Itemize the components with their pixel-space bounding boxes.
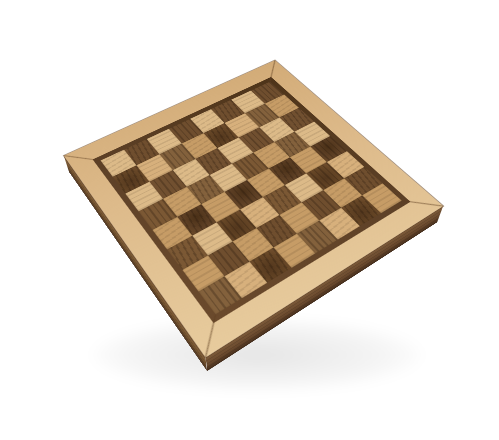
square-r8c4: [139, 199, 178, 230]
chessboard: [64, 60, 443, 357]
square-r7c7: [208, 242, 249, 277]
square-r7c8: [225, 262, 268, 299]
square-r5c8: [274, 234, 316, 268]
board-frame-top: [64, 60, 443, 357]
square-r8c6: [167, 236, 208, 270]
square-r6c8: [249, 247, 291, 282]
square-r4c8: [297, 220, 338, 253]
square-r4c6: [263, 185, 302, 215]
square-r7c4: [163, 187, 201, 217]
square-r1c8: [362, 183, 401, 213]
square-r5c7: [256, 215, 296, 247]
square-r6c7: [233, 228, 274, 262]
square-r6c6: [217, 210, 257, 242]
square-r2c7: [323, 178, 362, 207]
square-r7c5: [177, 204, 216, 236]
square-r3c8: [319, 208, 359, 240]
square-r5c5: [225, 180, 263, 210]
square-r4c7: [279, 202, 319, 233]
square-r2c8: [341, 195, 381, 226]
square-r6c5: [201, 192, 240, 222]
square-r8c3: [125, 182, 163, 212]
square-r3c7: [302, 190, 341, 220]
square-r7c6: [192, 222, 232, 255]
square-r8c7: [182, 255, 224, 291]
product-photo-scene: [0, 0, 499, 440]
square-r5c6: [240, 197, 279, 228]
square-r8c5: [153, 217, 193, 250]
frame-inner-wall: [93, 77, 411, 323]
square-r8c8: [199, 276, 242, 314]
